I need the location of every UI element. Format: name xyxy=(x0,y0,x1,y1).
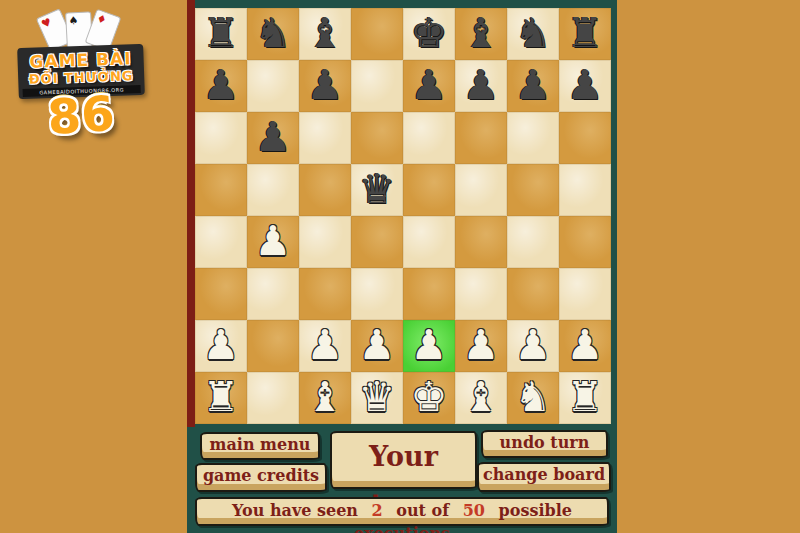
executions-seen-count: 2 xyxy=(364,501,391,520)
board-left-border xyxy=(187,0,195,427)
square-h4[interactable] xyxy=(559,216,611,268)
logo: ♥ ♠ ♦ GAME BÀI ĐỔI THƯỞNG GAMEBAIDOITHUO… xyxy=(18,6,144,139)
square-b1[interactable] xyxy=(247,372,299,424)
chess-board: ♜♞♝♚♝♞♜♟♟♟♟♟♟♟♛♟♟♟♟♟♟♟♟♜♝♛♚♝♞♜ xyxy=(195,8,611,424)
square-e3[interactable] xyxy=(403,268,455,320)
game-credits-button[interactable]: game credits xyxy=(195,463,327,492)
white-king: ♚ xyxy=(403,372,455,424)
black-pawn: ♟ xyxy=(299,60,351,112)
executions-total-count: 50 xyxy=(455,501,493,520)
stats-middle: out of xyxy=(396,501,449,520)
square-h2[interactable]: ♟ xyxy=(559,320,611,372)
square-g4[interactable] xyxy=(507,216,559,268)
square-d8[interactable] xyxy=(351,8,403,60)
white-pawn: ♟ xyxy=(247,216,299,268)
black-knight: ♞ xyxy=(507,8,559,60)
square-c8[interactable]: ♝ xyxy=(299,8,351,60)
square-h8[interactable]: ♜ xyxy=(559,8,611,60)
square-e6[interactable] xyxy=(403,112,455,164)
square-f4[interactable] xyxy=(455,216,507,268)
white-bishop: ♝ xyxy=(455,372,507,424)
square-e8[interactable]: ♚ xyxy=(403,8,455,60)
square-g2[interactable]: ♟ xyxy=(507,320,559,372)
square-e7[interactable]: ♟ xyxy=(403,60,455,112)
square-b8[interactable]: ♞ xyxy=(247,8,299,60)
square-g6[interactable] xyxy=(507,112,559,164)
white-pawn: ♟ xyxy=(351,320,403,372)
stats-prefix: You have seen xyxy=(232,501,358,520)
black-pawn: ♟ xyxy=(507,60,559,112)
square-c2[interactable]: ♟ xyxy=(299,320,351,372)
black-bishop: ♝ xyxy=(299,8,351,60)
square-e2[interactable]: ♟ xyxy=(403,320,455,372)
square-a1[interactable]: ♜ xyxy=(195,372,247,424)
square-h1[interactable]: ♜ xyxy=(559,372,611,424)
white-rook: ♜ xyxy=(195,372,247,424)
square-d4[interactable] xyxy=(351,216,403,268)
square-g5[interactable] xyxy=(507,164,559,216)
square-a5[interactable] xyxy=(195,164,247,216)
square-b5[interactable] xyxy=(247,164,299,216)
square-b6[interactable]: ♟ xyxy=(247,112,299,164)
square-c5[interactable] xyxy=(299,164,351,216)
white-pawn: ♟ xyxy=(507,320,559,372)
square-e1[interactable]: ♚ xyxy=(403,372,455,424)
square-c4[interactable] xyxy=(299,216,351,268)
square-g3[interactable] xyxy=(507,268,559,320)
white-pawn: ♟ xyxy=(299,320,351,372)
square-a8[interactable]: ♜ xyxy=(195,8,247,60)
white-pawn: ♟ xyxy=(455,320,507,372)
square-f2[interactable]: ♟ xyxy=(455,320,507,372)
square-e5[interactable] xyxy=(403,164,455,216)
white-rook: ♜ xyxy=(559,372,611,424)
black-knight: ♞ xyxy=(247,8,299,60)
logo-number: 86 xyxy=(16,87,145,144)
change-board-button[interactable]: change board xyxy=(477,462,611,492)
square-c3[interactable] xyxy=(299,268,351,320)
black-pawn: ♟ xyxy=(455,60,507,112)
black-rook: ♜ xyxy=(559,8,611,60)
square-g7[interactable]: ♟ xyxy=(507,60,559,112)
playing-cards-icon: ♥ ♠ ♦ xyxy=(18,6,144,46)
square-h5[interactable] xyxy=(559,164,611,216)
square-a7[interactable]: ♟ xyxy=(195,60,247,112)
undo-turn-button[interactable]: undo turn xyxy=(481,430,608,458)
square-d7[interactable] xyxy=(351,60,403,112)
square-f6[interactable] xyxy=(455,112,507,164)
white-knight: ♞ xyxy=(507,372,559,424)
square-h7[interactable]: ♟ xyxy=(559,60,611,112)
black-pawn: ♟ xyxy=(403,60,455,112)
square-d6[interactable] xyxy=(351,112,403,164)
square-c1[interactable]: ♝ xyxy=(299,372,351,424)
white-pawn: ♟ xyxy=(403,320,455,372)
white-pawn: ♟ xyxy=(195,320,247,372)
black-queen: ♛ xyxy=(351,164,403,216)
square-d3[interactable] xyxy=(351,268,403,320)
square-f5[interactable] xyxy=(455,164,507,216)
square-h3[interactable] xyxy=(559,268,611,320)
black-pawn: ♟ xyxy=(559,60,611,112)
black-king: ♚ xyxy=(403,8,455,60)
turn-status-banner: Your turn xyxy=(330,431,477,489)
main-menu-button[interactable]: main menu xyxy=(200,432,320,460)
square-c7[interactable]: ♟ xyxy=(299,60,351,112)
square-a6[interactable] xyxy=(195,112,247,164)
executions-status-bar: You have seen 2 out of 50 possible execu… xyxy=(195,497,609,526)
square-b7[interactable] xyxy=(247,60,299,112)
white-bishop: ♝ xyxy=(299,372,351,424)
square-f3[interactable] xyxy=(455,268,507,320)
square-b4[interactable]: ♟ xyxy=(247,216,299,268)
black-rook: ♜ xyxy=(195,8,247,60)
square-d2[interactable]: ♟ xyxy=(351,320,403,372)
square-d1[interactable]: ♛ xyxy=(351,372,403,424)
logo-title-line2: ĐỔI THƯỞNG xyxy=(22,68,140,87)
white-pawn: ♟ xyxy=(559,320,611,372)
square-b3[interactable] xyxy=(247,268,299,320)
black-pawn: ♟ xyxy=(195,60,247,112)
square-a4[interactable] xyxy=(195,216,247,268)
square-c6[interactable] xyxy=(299,112,351,164)
square-a3[interactable] xyxy=(195,268,247,320)
square-g1[interactable]: ♞ xyxy=(507,372,559,424)
square-f8[interactable]: ♝ xyxy=(455,8,507,60)
square-h6[interactable] xyxy=(559,112,611,164)
square-a2[interactable]: ♟ xyxy=(195,320,247,372)
square-f7[interactable]: ♟ xyxy=(455,60,507,112)
square-g8[interactable]: ♞ xyxy=(507,8,559,60)
game-panel: ♜♞♝♚♝♞♜♟♟♟♟♟♟♟♛♟♟♟♟♟♟♟♟♜♝♛♚♝♞♜ main menu… xyxy=(187,0,617,533)
square-b2[interactable] xyxy=(247,320,299,372)
square-e4[interactable] xyxy=(403,216,455,268)
black-bishop: ♝ xyxy=(455,8,507,60)
white-queen: ♛ xyxy=(351,372,403,424)
square-f1[interactable]: ♝ xyxy=(455,372,507,424)
black-pawn: ♟ xyxy=(247,112,299,164)
square-d5[interactable]: ♛ xyxy=(351,164,403,216)
